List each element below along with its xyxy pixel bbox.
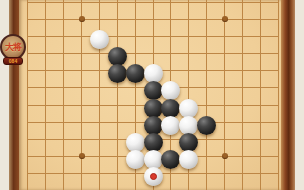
rank-badge: 大将 084 (0, 34, 28, 72)
rank-badge-banner-text: 084 (9, 59, 17, 64)
black-stone (144, 81, 163, 100)
white-stone (126, 150, 145, 169)
grid-line (260, 0, 261, 190)
board-frame-left (9, 0, 19, 190)
black-stone (197, 116, 216, 135)
grid-line (224, 0, 225, 190)
black-stone (179, 133, 198, 152)
grid-line (27, 36, 277, 37)
last-move-marker (150, 173, 157, 180)
grid-line (81, 0, 82, 190)
gomoku-app-screen: 大将 084 (0, 0, 304, 190)
black-stone (126, 64, 145, 83)
black-stone (161, 150, 180, 169)
grid-line (63, 0, 64, 190)
rank-badge-label: 大将 (5, 41, 21, 54)
gomoku-board[interactable] (19, 0, 282, 190)
rank-badge-banner: 084 (3, 57, 23, 65)
star-point (79, 153, 85, 159)
white-stone (179, 150, 198, 169)
star-point (222, 16, 228, 22)
grid-line (27, 0, 28, 190)
grid-line (27, 2, 277, 3)
grid-line (242, 0, 243, 190)
white-stone (161, 116, 180, 135)
grid-line (45, 0, 46, 190)
white-stone (144, 167, 163, 186)
grid-line (117, 0, 118, 190)
white-stone (161, 81, 180, 100)
grid-line (278, 0, 279, 190)
white-stone (126, 133, 145, 152)
white-stone (179, 116, 198, 135)
black-stone (144, 116, 163, 135)
star-point (222, 153, 228, 159)
star-point (79, 16, 85, 22)
white-stone (179, 99, 198, 118)
grid-line (27, 53, 277, 54)
white-stone (90, 30, 109, 49)
board-frame-right (281, 0, 295, 190)
grid-line (27, 19, 277, 20)
black-stone (108, 64, 127, 83)
grid-line (99, 0, 100, 190)
black-stone (144, 99, 163, 118)
grid-line (206, 0, 207, 190)
black-stone (144, 133, 163, 152)
black-stone (161, 99, 180, 118)
